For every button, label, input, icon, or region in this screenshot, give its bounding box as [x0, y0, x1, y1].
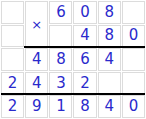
empty-cell-r3c6	[122, 48, 145, 71]
digit-cell-r4c4: 2	[73, 72, 96, 95]
digit-cell-r2c5: 8	[98, 25, 121, 48]
digit-cell-r1c5: 8	[98, 1, 121, 24]
digit-cell-r2c6: 0	[122, 25, 145, 48]
empty-cell-r4c5	[98, 72, 121, 95]
digit-cell-r5c4: 8	[73, 95, 96, 118]
digit-cell-r1c4: 0	[73, 1, 96, 24]
multiplication-grid: ×60848048642432291840	[0, 0, 146, 119]
digit-cell-r3c4: 6	[73, 48, 96, 71]
digit-cell-r1c3: 6	[49, 1, 72, 24]
multiply-sign-cell: ×	[25, 1, 48, 47]
digit-cell-r3c5: 4	[98, 48, 121, 71]
digit-cell-r4c2: 4	[25, 72, 48, 95]
digit-cell-r5c6: 0	[122, 95, 145, 118]
digit-cell-r3c2: 4	[25, 48, 48, 71]
total-rule-line	[1, 93, 145, 95]
empty-cell-r2c1	[1, 25, 24, 48]
digit-cell-r5c2: 9	[25, 95, 48, 118]
partial-products-rule-line	[24, 46, 145, 48]
digit-cell-r5c5: 4	[98, 95, 121, 118]
empty-cell-r1c6	[122, 1, 145, 24]
empty-cell-r1c1	[1, 1, 24, 24]
empty-cell-r2c3	[49, 25, 72, 48]
digit-cell-r4c3: 3	[49, 72, 72, 95]
long-multiplication-worksheet: ×60848048642432291840	[0, 0, 146, 119]
digit-cell-r4c1: 2	[1, 72, 24, 95]
digit-cell-r2c4: 4	[73, 25, 96, 48]
digit-cell-r5c1: 2	[1, 95, 24, 118]
digit-cell-r3c3: 8	[49, 48, 72, 71]
empty-cell-r4c6	[122, 72, 145, 95]
digit-cell-r5c3: 1	[49, 95, 72, 118]
empty-cell-r3c1	[1, 48, 24, 71]
